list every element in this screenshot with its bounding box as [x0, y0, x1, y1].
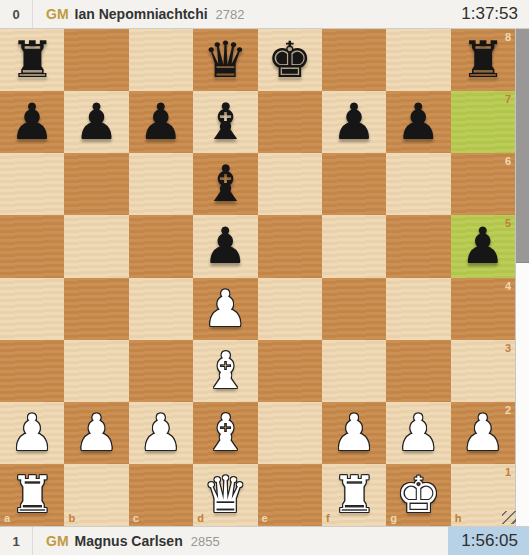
- square-f5[interactable]: [322, 215, 386, 277]
- rank-label-4: 4: [505, 281, 511, 292]
- file-label-d: d: [197, 513, 204, 524]
- square-b8[interactable]: [64, 29, 128, 91]
- top-player-title: GM: [46, 6, 69, 22]
- piece-white-pawn[interactable]: ♟: [332, 408, 377, 458]
- square-c8[interactable]: [129, 29, 193, 91]
- top-player-rating: 2782: [216, 7, 245, 22]
- square-b4[interactable]: [64, 278, 128, 340]
- square-g7[interactable]: ♟: [386, 91, 450, 153]
- square-a3[interactable]: [0, 340, 64, 402]
- square-b2[interactable]: ♟: [64, 402, 128, 464]
- square-a8[interactable]: ♜: [0, 29, 64, 91]
- piece-black-pawn[interactable]: ♟: [332, 97, 377, 147]
- bottom-player-bar: 1 GM Magnus Carlsen 2855 1:56:05: [0, 526, 529, 555]
- square-f3[interactable]: [322, 340, 386, 402]
- top-player-name: Ian Nepomniachtchi: [75, 6, 208, 22]
- scrollbar-track[interactable]: [515, 29, 529, 526]
- square-g8[interactable]: [386, 29, 450, 91]
- square-d1[interactable]: d♛: [193, 464, 257, 526]
- square-b1[interactable]: b: [64, 464, 128, 526]
- rank-label-8: 8: [505, 32, 511, 43]
- square-c7[interactable]: ♟: [129, 91, 193, 153]
- piece-white-rook[interactable]: ♜: [10, 470, 55, 520]
- square-h5[interactable]: 5♟: [451, 215, 515, 277]
- bottom-player-name: Magnus Carlsen: [75, 533, 183, 549]
- bottom-player-index: 1: [0, 527, 33, 555]
- square-f6[interactable]: [322, 153, 386, 215]
- square-c5[interactable]: [129, 215, 193, 277]
- square-a2[interactable]: ♟: [0, 402, 64, 464]
- rank-label-7: 7: [505, 94, 511, 105]
- square-g1[interactable]: g♚: [386, 464, 450, 526]
- top-player-index: 0: [0, 0, 33, 28]
- piece-black-bishop[interactable]: ♝: [203, 159, 248, 209]
- piece-white-pawn[interactable]: ♟: [139, 408, 184, 458]
- square-g2[interactable]: ♟: [386, 402, 450, 464]
- square-a6[interactable]: [0, 153, 64, 215]
- square-b5[interactable]: [64, 215, 128, 277]
- piece-black-pawn[interactable]: ♟: [74, 97, 119, 147]
- square-e8[interactable]: ♚: [258, 29, 322, 91]
- square-h4[interactable]: 4: [451, 278, 515, 340]
- chess-board: ♜♛♚8♜♟♟♟♝♟♟7♝6♟5♟♟4♝3♟♟♟♝♟♟2♟a♜bcd♛ef♜g♚…: [0, 29, 515, 526]
- square-c2[interactable]: ♟: [129, 402, 193, 464]
- rank-label-3: 3: [505, 343, 511, 354]
- piece-white-bishop[interactable]: ♝: [203, 408, 248, 458]
- board-area: ♜♛♚8♜♟♟♟♝♟♟7♝6♟5♟♟4♝3♟♟♟♝♟♟2♟a♜bcd♛ef♜g♚…: [0, 29, 529, 526]
- square-h8[interactable]: 8♜: [451, 29, 515, 91]
- file-label-h: h: [455, 513, 462, 524]
- piece-white-bishop[interactable]: ♝: [203, 346, 248, 396]
- square-g6[interactable]: [386, 153, 450, 215]
- square-b6[interactable]: [64, 153, 128, 215]
- square-e4[interactable]: [258, 278, 322, 340]
- piece-black-pawn[interactable]: ♟: [203, 221, 248, 271]
- square-a7[interactable]: ♟: [0, 91, 64, 153]
- piece-white-pawn[interactable]: ♟: [10, 408, 55, 458]
- file-label-g: g: [390, 513, 397, 524]
- square-d5[interactable]: ♟: [193, 215, 257, 277]
- rank-label-6: 6: [505, 156, 511, 167]
- piece-black-rook[interactable]: ♜: [460, 35, 505, 85]
- resize-handle[interactable]: [502, 511, 516, 524]
- square-e1[interactable]: e: [258, 464, 322, 526]
- square-f4[interactable]: [322, 278, 386, 340]
- square-b7[interactable]: ♟: [64, 91, 128, 153]
- square-c1[interactable]: c: [129, 464, 193, 526]
- piece-white-pawn[interactable]: ♟: [396, 408, 441, 458]
- file-label-f: f: [326, 513, 330, 524]
- piece-black-king[interactable]: ♚: [267, 35, 312, 85]
- square-d8[interactable]: ♛: [193, 29, 257, 91]
- piece-black-rook[interactable]: ♜: [10, 35, 55, 85]
- bottom-player-rating: 2855: [191, 534, 220, 549]
- square-g4[interactable]: [386, 278, 450, 340]
- piece-black-bishop[interactable]: ♝: [203, 97, 248, 147]
- square-h2[interactable]: 2♟: [451, 402, 515, 464]
- piece-white-queen[interactable]: ♛: [203, 470, 248, 520]
- piece-black-pawn[interactable]: ♟: [460, 221, 505, 271]
- square-h6[interactable]: 6: [451, 153, 515, 215]
- square-e2[interactable]: [258, 402, 322, 464]
- square-d2[interactable]: ♝: [193, 402, 257, 464]
- square-e6[interactable]: [258, 153, 322, 215]
- square-f7[interactable]: ♟: [322, 91, 386, 153]
- piece-white-pawn[interactable]: ♟: [74, 408, 119, 458]
- rank-label-1: 1: [505, 467, 511, 478]
- square-g5[interactable]: [386, 215, 450, 277]
- piece-white-king[interactable]: ♚: [396, 470, 441, 520]
- square-g3[interactable]: [386, 340, 450, 402]
- file-label-b: b: [68, 513, 75, 524]
- rank-label-2: 2: [505, 405, 511, 416]
- square-f2[interactable]: ♟: [322, 402, 386, 464]
- piece-black-queen[interactable]: ♛: [203, 35, 248, 85]
- square-f8[interactable]: [322, 29, 386, 91]
- square-e7[interactable]: [258, 91, 322, 153]
- square-c4[interactable]: [129, 278, 193, 340]
- square-f1[interactable]: f♜: [322, 464, 386, 526]
- square-d6[interactable]: ♝: [193, 153, 257, 215]
- square-a1[interactable]: a♜: [0, 464, 64, 526]
- piece-white-pawn[interactable]: ♟: [203, 284, 248, 334]
- scrollbar-thumb[interactable]: [516, 29, 529, 263]
- square-c6[interactable]: [129, 153, 193, 215]
- rank-label-5: 5: [505, 218, 511, 229]
- file-label-e: e: [262, 513, 268, 524]
- square-d3[interactable]: ♝: [193, 340, 257, 402]
- square-d4[interactable]: ♟: [193, 278, 257, 340]
- bottom-player-clock: 1:56:05: [448, 527, 529, 555]
- square-e5[interactable]: [258, 215, 322, 277]
- square-h7[interactable]: 7: [451, 91, 515, 153]
- piece-black-pawn[interactable]: ♟: [10, 97, 55, 147]
- piece-white-rook[interactable]: ♜: [332, 470, 377, 520]
- square-c3[interactable]: [129, 340, 193, 402]
- top-player-clock: 1:37:53: [448, 0, 529, 28]
- square-a5[interactable]: [0, 215, 64, 277]
- chess-broadcast-app: 0 GM Ian Nepomniachtchi 2782 1:37:53 ♜♛♚…: [0, 0, 529, 555]
- square-a4[interactable]: [0, 278, 64, 340]
- square-h3[interactable]: 3: [451, 340, 515, 402]
- file-label-a: a: [4, 513, 10, 524]
- square-d7[interactable]: ♝: [193, 91, 257, 153]
- piece-black-pawn[interactable]: ♟: [139, 97, 184, 147]
- bottom-player-title: GM: [46, 533, 69, 549]
- top-player-bar: 0 GM Ian Nepomniachtchi 2782 1:37:53: [0, 0, 529, 29]
- square-e3[interactable]: [258, 340, 322, 402]
- piece-white-pawn[interactable]: ♟: [460, 408, 505, 458]
- piece-black-pawn[interactable]: ♟: [396, 97, 441, 147]
- square-b3[interactable]: [64, 340, 128, 402]
- file-label-c: c: [133, 513, 139, 524]
